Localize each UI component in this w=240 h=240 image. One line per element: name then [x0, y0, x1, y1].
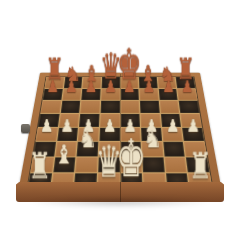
- square-a6[interactable]: [40, 101, 61, 113]
- square-e6[interactable]: [120, 101, 139, 113]
- box-latch-icon: [21, 124, 30, 133]
- square-f7[interactable]: ♟: [139, 89, 158, 101]
- square-g2[interactable]: [164, 157, 187, 173]
- square-d6[interactable]: [100, 101, 119, 113]
- square-d7[interactable]: ♟: [101, 89, 120, 101]
- square-g7[interactable]: ♟: [158, 89, 178, 101]
- red-pawn[interactable]: ♟: [181, 80, 194, 95]
- ivory-pawn[interactable]: ♟: [187, 119, 201, 135]
- red-pawn[interactable]: ♟: [85, 80, 98, 95]
- square-g4[interactable]: ♟: [162, 127, 183, 141]
- square-h4[interactable]: ♟: [182, 127, 204, 141]
- square-b6[interactable]: [60, 101, 80, 113]
- square-e7[interactable]: ♟: [120, 89, 139, 101]
- square-c7[interactable]: ♟: [81, 89, 100, 101]
- red-pawn[interactable]: ♟: [162, 80, 175, 95]
- ivory-queen[interactable]: ♛: [95, 143, 122, 183]
- red-pawn[interactable]: ♟: [104, 80, 117, 95]
- square-a7[interactable]: ♟: [43, 89, 63, 101]
- ivory-rook[interactable]: ♜: [28, 150, 51, 183]
- ground-shadow: [26, 198, 214, 208]
- chess-board: ♜♞♝♛♚♝♞♜♟♟♟♟♟♟♟♟♟♟♟♟♟♟♟♟♞♞♝♝♜♛♚♜: [17, 73, 223, 197]
- square-f6[interactable]: [140, 101, 160, 113]
- ivory-pawn[interactable]: ♟: [40, 119, 54, 135]
- ivory-knight[interactable]: ♞: [78, 129, 97, 150]
- red-pawn[interactable]: ♟: [123, 80, 136, 95]
- ivory-bishop[interactable]: ♝: [55, 142, 74, 166]
- square-h6[interactable]: [179, 101, 200, 113]
- red-pawn[interactable]: ♟: [66, 80, 79, 95]
- ivory-rook[interactable]: ♜: [189, 150, 212, 183]
- red-pawn[interactable]: ♟: [143, 80, 156, 95]
- square-b7[interactable]: ♟: [62, 89, 82, 101]
- product-photo-background: { "game": "chess", "position": "rnbqkbnr…: [0, 0, 240, 240]
- ivory-pawn[interactable]: ♟: [103, 119, 117, 135]
- square-h7[interactable]: ♟: [177, 89, 197, 101]
- ivory-pawn[interactable]: ♟: [166, 119, 180, 135]
- square-g6[interactable]: [160, 101, 180, 113]
- ivory-pawn[interactable]: ♟: [61, 119, 75, 135]
- square-c2[interactable]: [75, 157, 97, 173]
- red-pawn[interactable]: ♟: [46, 80, 59, 95]
- square-c6[interactable]: [80, 101, 100, 113]
- square-g3[interactable]: [163, 142, 185, 157]
- square-b2[interactable]: ♝: [53, 157, 76, 173]
